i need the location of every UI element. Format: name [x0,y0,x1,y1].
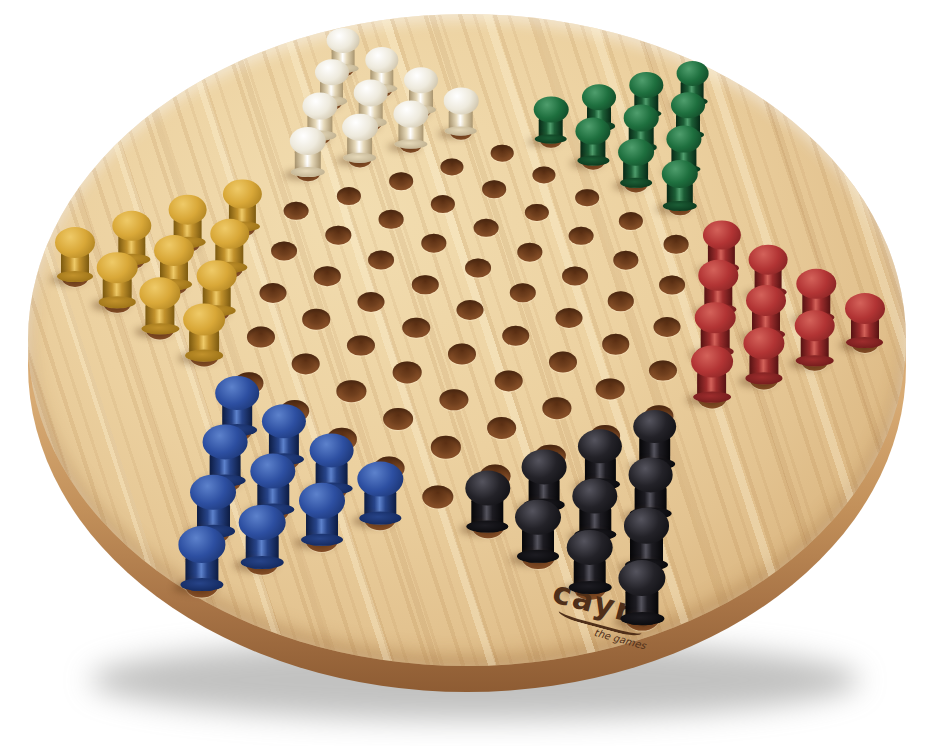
hole-r11-c6[interactable] [494,370,523,391]
peg-cap [342,114,378,142]
peg-foot [185,350,223,361]
peg-red[interactable] [743,327,784,384]
peg-cap [465,470,510,505]
peg-foot [745,373,783,384]
peg-cap [178,527,225,563]
peg-cap [393,101,428,128]
peg-cap [691,345,733,377]
hole-r12-c8[interactable] [596,378,625,399]
peg-cap [55,227,95,258]
peg-foot [663,200,696,210]
peg-foot [796,355,833,366]
peg-cap [290,127,326,155]
peg-green[interactable] [662,160,698,210]
hole-r7-c8[interactable] [525,204,549,222]
peg-cap [567,529,614,565]
peg-cap [239,505,286,541]
hole-r5-c5[interactable] [284,202,309,220]
peg-cap [190,475,236,510]
peg-white[interactable] [444,88,479,136]
hole-r10-c3[interactable] [337,381,366,403]
peg-white[interactable] [290,127,326,177]
peg-cap [515,500,561,535]
hole-r11-c8[interactable] [602,334,630,354]
hole-r9-c2[interactable] [291,354,320,375]
hole-r8-c9[interactable] [619,212,643,230]
peg-cap [671,92,705,118]
hole-r12-c9[interactable] [649,360,677,381]
hole-r8-c7[interactable] [517,242,542,261]
peg-cap [703,221,741,250]
hole-r6-c4[interactable] [271,242,297,261]
hole-r8-c8[interactable] [569,227,594,245]
product-photo-stage: cayro the games [0,0,933,746]
peg-cap [576,117,611,144]
peg-yellow[interactable] [140,278,181,335]
hole-r7-c5[interactable] [368,250,394,269]
peg-cap [699,260,738,290]
peg-foot [517,550,559,563]
peg-green[interactable] [618,139,654,188]
hole-r7-c4[interactable] [314,266,340,286]
hole-r12-c7[interactable] [542,397,571,419]
peg-cap [315,59,349,85]
peg-red[interactable] [795,310,836,366]
peg-foot [621,612,664,625]
hole-r10-c5[interactable] [448,344,476,365]
peg-cap [624,105,659,132]
peg-cap [578,429,622,463]
peg-green[interactable] [534,96,569,144]
peg-cap [743,327,784,359]
peg-foot [467,520,509,532]
hole-r7-c6[interactable] [421,234,446,253]
hole-r6-c7[interactable] [431,195,455,213]
peg-cap [582,84,616,110]
peg-blue[interactable] [239,505,286,569]
hole-r7-c9[interactable] [575,189,599,207]
peg-cap [262,404,306,438]
peg-cap [630,72,663,98]
peg-yellow[interactable] [97,252,138,308]
peg-cap [619,560,666,596]
peg-foot [568,581,611,594]
peg-cap [749,244,788,274]
peg-cap [353,80,388,107]
hole-r8-c5[interactable] [412,275,438,295]
peg-foot [693,391,731,402]
peg-yellow[interactable] [183,304,225,361]
peg-cap [327,28,360,53]
hole-r9-c4[interactable] [402,317,430,337]
hole-r11-c4[interactable] [383,408,413,430]
peg-foot [241,556,284,569]
peg-cap [358,462,403,497]
peg-foot [395,139,427,149]
peg-blue[interactable] [299,483,345,546]
peg-foot [141,323,179,334]
peg-cap [309,433,354,467]
peg-red[interactable] [691,345,733,402]
peg-cap [522,450,567,484]
peg-cap [154,235,194,266]
peg-foot [846,337,883,348]
peg-cap [183,304,225,336]
hole-r10-c7[interactable] [555,308,582,328]
peg-cap [695,302,736,333]
hole-r9-c8[interactable] [613,251,638,270]
hole-r6-c5[interactable] [326,226,351,245]
peg-cap [746,285,786,316]
peg-cap [618,139,654,167]
hole-r12-c6[interactable] [487,417,517,439]
peg-cap [845,293,885,324]
peg-foot [180,578,223,591]
peg-cap [795,310,836,341]
peg-cap [662,160,698,188]
peg-foot [98,297,135,308]
peg-cap [197,260,238,291]
peg-cap [215,376,259,410]
peg-foot [445,126,477,136]
peg-cap [302,92,337,119]
peg-cap [797,269,836,299]
peg-foot [343,153,376,163]
peg-cap [628,458,673,492]
peg-cap [404,67,438,93]
peg-cap [534,96,569,123]
peg-cap [97,252,138,283]
peg-black[interactable] [515,500,561,563]
peg-cap [223,179,261,208]
hole-r9-c9[interactable] [663,235,688,253]
hole-r11-c9[interactable] [654,317,681,337]
hole-r7-c3[interactable] [259,283,286,303]
peg-foot [57,271,94,282]
hole-r9-c7[interactable] [562,267,588,286]
hole-r8-c2[interactable] [247,327,275,348]
hole-r10-c4[interactable] [393,362,422,383]
peg-cap [299,483,345,518]
hole-r9-c3[interactable] [347,335,375,356]
peg-blue[interactable] [358,462,403,524]
hole-r6-c8[interactable] [482,181,506,199]
hole-r8-c3[interactable] [303,309,331,329]
peg-black[interactable] [619,560,666,625]
peg-cap [633,410,677,444]
peg-foot [577,156,609,166]
hole-r10-c8[interactable] [607,291,633,311]
peg-cap [203,425,248,459]
peg-cap [667,125,702,152]
hole-r9-c5[interactable] [457,300,484,320]
hole-r8-c6[interactable] [465,258,491,277]
peg-foot [301,534,343,547]
peg-cap [210,219,249,249]
peg-cap [365,47,398,73]
peg-cap [624,508,670,543]
hole-r5-c6[interactable] [337,187,361,205]
peg-black[interactable] [567,529,614,593]
peg-yellow[interactable] [55,227,95,282]
peg-green[interactable] [576,117,611,165]
peg-cap [250,454,295,489]
peg-cap [444,88,479,115]
hole-r10-c6[interactable] [502,326,530,346]
hole-r11-c5[interactable] [439,389,468,411]
hole-r6-c6[interactable] [379,210,404,228]
peg-foot [291,167,324,177]
peg-black[interactable] [465,470,510,532]
hole-r7-c7[interactable] [474,219,499,237]
peg-white[interactable] [342,114,378,163]
hole-r11-c7[interactable] [549,352,577,373]
peg-cap [676,61,709,86]
hole-r10-c9[interactable] [659,275,685,294]
hole-r5-c9[interactable] [491,145,514,162]
peg-blue[interactable] [178,527,225,592]
peg-cap [168,194,207,224]
hole-r9-c6[interactable] [510,283,536,303]
peg-red[interactable] [845,293,885,348]
hole-r8-c4[interactable] [358,292,385,312]
peg-foot [620,178,653,188]
peg-foot [535,134,567,144]
peg-cap [112,210,151,240]
hole-r5-c7[interactable] [389,172,413,190]
peg-white[interactable] [393,101,428,149]
peg-foot [359,512,401,524]
peg-cap [572,478,617,513]
peg-cap [140,278,181,310]
